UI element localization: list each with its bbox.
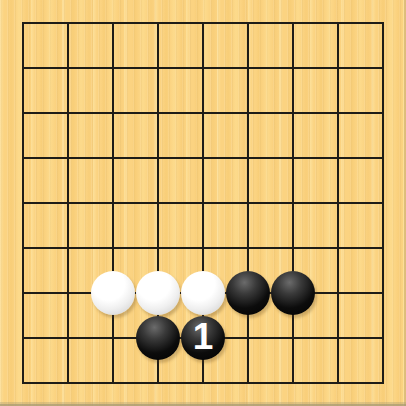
grid-cell [69,339,114,382]
grid-cell [114,204,159,249]
black-stone [226,271,270,315]
grid-cell [339,69,382,114]
grid-cell [24,159,69,204]
grid-cell [24,69,69,114]
grid-cell [24,249,69,294]
grid-cell [249,69,294,114]
grid-cell [249,204,294,249]
grid-cell [249,159,294,204]
grid-cell [339,249,382,294]
grid-cell [249,339,294,382]
grid-cell [294,24,339,69]
grid-cell [294,204,339,249]
black-stone [271,271,315,315]
grid-cell [294,69,339,114]
grid-cell [249,114,294,159]
grid-cell [159,204,204,249]
grid-cell [69,204,114,249]
move-number-label: 1 [193,315,214,359]
grid-cell [204,114,249,159]
grid-cell [159,24,204,69]
grid-cell [339,294,382,339]
grid-cell [24,204,69,249]
grid-cell [339,204,382,249]
grid-cell [339,24,382,69]
grid-cell [294,114,339,159]
grid-cell [24,294,69,339]
grid-cell [339,159,382,204]
white-stone [136,271,180,315]
grid-cell [69,159,114,204]
black-stone [136,316,180,360]
white-stone [91,271,135,315]
goban[interactable]: 1 [0,0,406,406]
grid-cell [24,24,69,69]
grid-cell [24,114,69,159]
grid-cell [204,69,249,114]
grid-cell [69,114,114,159]
grid-cell [159,69,204,114]
grid-cell [294,339,339,382]
grid-cell [249,24,294,69]
grid-cell [204,159,249,204]
grid-cell [204,204,249,249]
grid-cell [69,24,114,69]
grid-cell [294,159,339,204]
grid-cell [159,114,204,159]
grid-cell [69,69,114,114]
grid-cell [114,114,159,159]
grid-cell [339,114,382,159]
grid-cell [114,159,159,204]
black-stone: 1 [181,316,225,360]
grid-cell [24,339,69,382]
grid-cell [159,159,204,204]
grid-cell [339,339,382,382]
grid-cell [204,24,249,69]
grid-cell [114,24,159,69]
white-stone [181,271,225,315]
grid-cell [114,69,159,114]
